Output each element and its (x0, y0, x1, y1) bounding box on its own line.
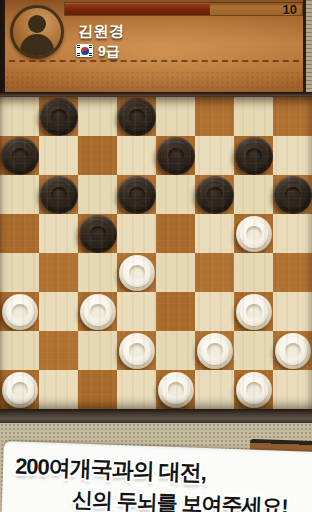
board-square[interactable] (117, 214, 156, 253)
board-square[interactable] (195, 370, 234, 409)
board-bottom-edge (0, 409, 312, 423)
board-square[interactable] (234, 253, 273, 292)
board-square[interactable] (234, 370, 273, 409)
black-piece[interactable] (235, 137, 273, 175)
white-piece[interactable] (2, 294, 38, 330)
app-screen: 10 김원경 9급 200여개국과의 대전, 신의 두뇌를 보여주세요! (0, 0, 312, 512)
black-piece[interactable] (157, 137, 195, 175)
board-square[interactable] (273, 331, 312, 370)
board-square[interactable] (234, 97, 273, 136)
taeguk-icon (81, 47, 89, 55)
board-square[interactable] (39, 214, 78, 253)
board-square[interactable] (156, 253, 195, 292)
board-square[interactable] (156, 370, 195, 409)
board-square[interactable] (78, 331, 117, 370)
score-progress-fill (65, 3, 210, 15)
player-name: 김원경 (78, 22, 125, 41)
board-square[interactable] (234, 214, 273, 253)
board-square[interactable] (78, 253, 117, 292)
south-korea-flag-icon (76, 44, 93, 57)
white-piece[interactable] (119, 255, 155, 291)
board-square[interactable] (156, 214, 195, 253)
board-square[interactable] (0, 253, 39, 292)
board-square[interactable] (195, 136, 234, 175)
board-square[interactable] (39, 370, 78, 409)
board-square[interactable] (156, 175, 195, 214)
white-piece[interactable] (119, 333, 155, 369)
board-square[interactable] (39, 136, 78, 175)
board-square[interactable] (78, 370, 117, 409)
board-square[interactable] (117, 253, 156, 292)
board-square[interactable] (117, 175, 156, 214)
board-square[interactable] (0, 97, 39, 136)
panel-texture (5, 70, 303, 92)
board-square[interactable] (156, 331, 195, 370)
player-rank: 9급 (98, 43, 120, 61)
board-square[interactable] (117, 136, 156, 175)
board-square[interactable] (0, 214, 39, 253)
board-square[interactable] (0, 292, 39, 331)
board-square[interactable] (273, 136, 312, 175)
board-square[interactable] (39, 175, 78, 214)
panel-edge-left (0, 0, 5, 97)
white-piece[interactable] (80, 294, 116, 330)
board-square[interactable] (156, 136, 195, 175)
board-square[interactable] (195, 175, 234, 214)
board-square[interactable] (39, 331, 78, 370)
board-square[interactable] (273, 214, 312, 253)
board-square[interactable] (156, 292, 195, 331)
board-square[interactable] (273, 97, 312, 136)
white-piece[interactable] (275, 333, 311, 369)
black-piece[interactable] (196, 176, 234, 214)
board-square[interactable] (195, 292, 234, 331)
board-square[interactable] (78, 214, 117, 253)
checkers-board (0, 97, 312, 409)
stitch-line (9, 60, 299, 62)
board-square[interactable] (117, 370, 156, 409)
board-square[interactable] (234, 331, 273, 370)
board-square[interactable] (234, 292, 273, 331)
board-square[interactable] (0, 136, 39, 175)
board-square[interactable] (78, 292, 117, 331)
board-square[interactable] (273, 370, 312, 409)
black-piece[interactable] (274, 176, 312, 214)
board-square[interactable] (117, 97, 156, 136)
black-piece[interactable] (118, 176, 156, 214)
black-piece[interactable] (79, 215, 117, 253)
board-square[interactable] (195, 214, 234, 253)
player-avatar[interactable] (10, 5, 64, 59)
board-square[interactable] (0, 331, 39, 370)
white-piece[interactable] (158, 372, 194, 408)
white-piece[interactable] (197, 333, 233, 369)
score-value: 10 (283, 2, 297, 16)
white-piece[interactable] (2, 372, 38, 408)
white-piece[interactable] (236, 294, 272, 330)
board-square[interactable] (39, 292, 78, 331)
board-square[interactable] (78, 97, 117, 136)
board-square[interactable] (117, 292, 156, 331)
white-piece[interactable] (236, 216, 272, 252)
board-square[interactable] (0, 370, 39, 409)
score-progress-bar: 10 (64, 2, 303, 16)
board-square[interactable] (78, 175, 117, 214)
avatar-person-icon (28, 15, 46, 33)
black-piece[interactable] (118, 98, 156, 136)
board-square[interactable] (195, 97, 234, 136)
black-piece[interactable] (40, 98, 78, 136)
board-square[interactable] (273, 175, 312, 214)
ruler-edge (306, 0, 312, 97)
black-piece[interactable] (1, 137, 39, 175)
promo-text-line1: 200여개국과의 대전, (15, 451, 312, 493)
board-square[interactable] (0, 175, 39, 214)
black-piece[interactable] (40, 176, 78, 214)
avatar-person-icon (20, 34, 54, 58)
board-square[interactable] (234, 175, 273, 214)
player-panel: 10 김원경 9급 (0, 0, 312, 97)
board-square[interactable] (273, 292, 312, 331)
white-piece[interactable] (236, 372, 272, 408)
board-square[interactable] (78, 136, 117, 175)
board-square[interactable] (195, 253, 234, 292)
board-square[interactable] (234, 136, 273, 175)
board-square[interactable] (39, 97, 78, 136)
promo-card: 200여개국과의 대전, 신의 두뇌를 보여주세요! (1, 441, 312, 512)
board-square[interactable] (273, 253, 312, 292)
board-square[interactable] (117, 331, 156, 370)
board-square[interactable] (39, 253, 78, 292)
board (0, 97, 312, 409)
board-square[interactable] (156, 97, 195, 136)
board-square[interactable] (195, 331, 234, 370)
